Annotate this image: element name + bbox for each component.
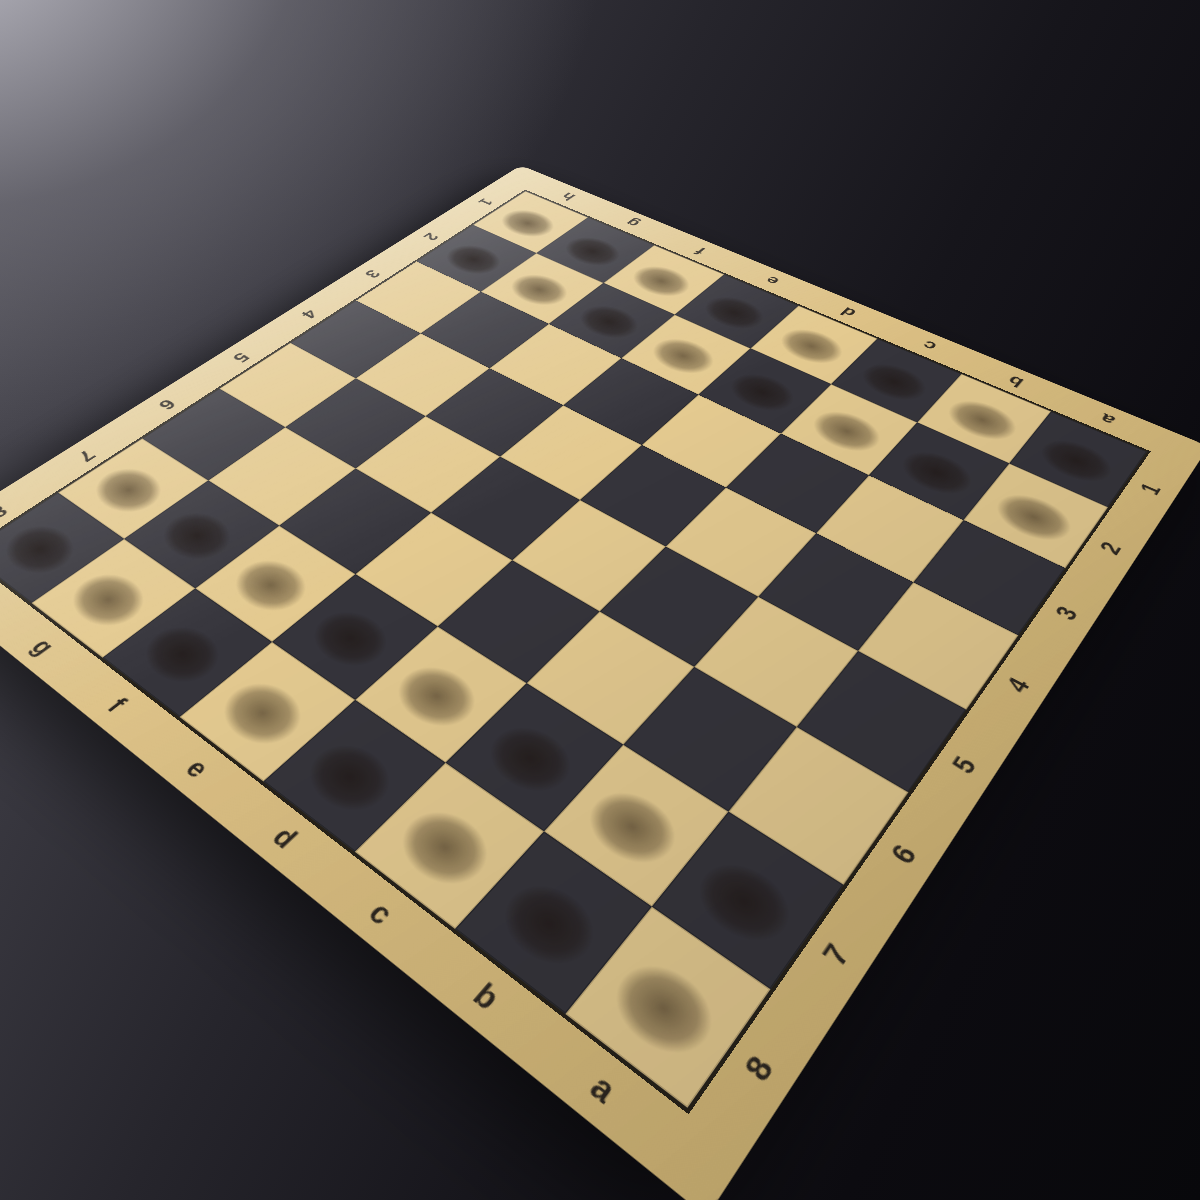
square-a8[interactable]: ♜ bbox=[565, 907, 770, 1108]
rank-label-right-4: 4 bbox=[1000, 672, 1037, 697]
file-label-bottom-b: b bbox=[466, 976, 507, 1018]
rank-label-left-3: 3 bbox=[361, 267, 385, 280]
photo-scene: ♜♞♝♚♛♝♞♜♟♟♟♟♟♟♟♟♟♟♟♟♟♟♟♟♜♞♝♚♛♝♞♜ 1122334… bbox=[0, 0, 1200, 1200]
rank-label-right-8: 8 bbox=[737, 1048, 782, 1089]
square-b3[interactable] bbox=[816, 475, 963, 582]
file-label-bottom-a: a bbox=[583, 1066, 624, 1111]
piece-glyph: ♟ bbox=[946, 341, 1118, 533]
board-field: ♜♞♝♚♛♝♞♜♟♟♟♟♟♟♟♟♟♟♟♟♟♟♟♟♜♞♝♚♛♝♞♜ bbox=[0, 190, 1151, 1115]
chess-mat: ♜♞♝♚♛♝♞♜♟♟♟♟♟♟♟♟♟♟♟♟♟♟♟♟♜♞♝♚♛♝♞♜ 1122334… bbox=[0, 165, 1200, 1200]
rank-label-left-4: 4 bbox=[297, 307, 322, 321]
rank-label-right-6: 6 bbox=[884, 838, 924, 870]
file-label-bottom-c: c bbox=[361, 895, 400, 932]
square-a4[interactable] bbox=[858, 582, 1018, 709]
rank-label-right-5: 5 bbox=[945, 751, 983, 779]
rank-label-right-2: 2 bbox=[1094, 538, 1127, 559]
file-label-bottom-d: d bbox=[265, 820, 304, 855]
piece-glyph: ♜ bbox=[545, 774, 775, 1030]
rank-label-right-3: 3 bbox=[1050, 602, 1085, 625]
board-perspective: ♜♞♝♚♛♝♞♜♟♟♟♟♟♟♟♟♟♟♟♟♟♟♟♟♜♞♝♚♛♝♞♜ 1122334… bbox=[0, 165, 1200, 1200]
rank-label-right-1: 1 bbox=[1135, 479, 1167, 498]
file-label-bottom-g: g bbox=[25, 633, 61, 660]
rank-label-right-7: 7 bbox=[815, 937, 858, 973]
